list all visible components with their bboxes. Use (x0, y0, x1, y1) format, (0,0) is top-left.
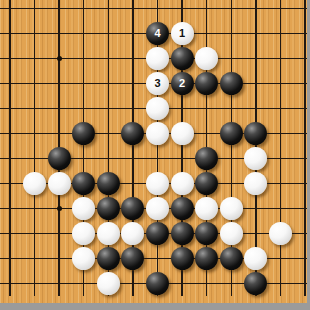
hoshi-point (57, 56, 62, 61)
intersection[interactable] (219, 46, 244, 71)
intersection[interactable] (170, 171, 195, 196)
intersection[interactable] (170, 96, 195, 121)
intersection[interactable] (293, 246, 307, 271)
intersection[interactable] (194, 246, 219, 271)
intersection[interactable] (293, 221, 307, 246)
intersection[interactable] (47, 46, 72, 71)
intersection[interactable] (219, 271, 244, 296)
intersection[interactable] (268, 71, 293, 96)
white-stone[interactable]: 3 (146, 72, 169, 95)
intersection[interactable] (170, 271, 195, 296)
intersection[interactable] (121, 171, 146, 196)
intersection[interactable] (0, 96, 22, 121)
intersection[interactable] (293, 96, 307, 121)
board-frame-right (307, 0, 310, 310)
intersection[interactable] (71, 221, 96, 246)
intersection[interactable] (219, 221, 244, 246)
white-stone[interactable] (244, 247, 267, 270)
white-stone[interactable] (146, 197, 169, 220)
intersection[interactable] (194, 121, 219, 146)
black-stone[interactable] (146, 222, 169, 245)
move-number-label: 4 (155, 28, 161, 39)
intersection[interactable] (47, 146, 72, 171)
intersection[interactable] (145, 196, 170, 221)
intersection[interactable] (47, 21, 72, 46)
intersection[interactable] (219, 71, 244, 96)
intersection[interactable]: 3 (145, 71, 170, 96)
intersection[interactable] (244, 71, 269, 96)
intersection[interactable] (244, 46, 269, 71)
white-stone[interactable] (244, 147, 267, 170)
intersection[interactable] (96, 0, 121, 21)
white-stone[interactable] (48, 172, 71, 195)
white-stone[interactable] (146, 47, 169, 70)
black-stone[interactable] (121, 122, 144, 145)
intersection[interactable] (22, 21, 47, 46)
intersection[interactable] (47, 221, 72, 246)
intersection[interactable] (71, 271, 96, 296)
black-stone[interactable] (97, 197, 120, 220)
intersection[interactable] (145, 146, 170, 171)
intersection[interactable] (293, 171, 307, 196)
intersection[interactable] (145, 121, 170, 146)
black-stone[interactable]: 4 (146, 22, 169, 45)
intersection[interactable] (170, 121, 195, 146)
intersection[interactable] (121, 146, 146, 171)
intersection[interactable] (121, 246, 146, 271)
intersection[interactable] (22, 171, 47, 196)
intersection[interactable] (170, 0, 195, 21)
intersection[interactable] (121, 221, 146, 246)
intersection[interactable] (194, 96, 219, 121)
intersection[interactable] (71, 21, 96, 46)
black-stone[interactable] (171, 222, 194, 245)
board-grid: 4132 (0, 0, 307, 296)
intersection[interactable] (22, 221, 47, 246)
intersection[interactable] (268, 271, 293, 296)
intersection[interactable] (121, 196, 146, 221)
intersection[interactable] (96, 146, 121, 171)
intersection[interactable] (47, 96, 72, 121)
intersection[interactable] (71, 71, 96, 96)
intersection[interactable] (244, 121, 269, 146)
intersection[interactable] (71, 121, 96, 146)
white-stone[interactable] (269, 222, 292, 245)
intersection[interactable] (96, 271, 121, 296)
intersection[interactable] (194, 0, 219, 21)
intersection[interactable] (47, 71, 72, 96)
black-stone[interactable] (72, 172, 95, 195)
intersection[interactable] (145, 96, 170, 121)
intersection[interactable] (47, 196, 72, 221)
intersection[interactable] (22, 46, 47, 71)
intersection[interactable] (244, 271, 269, 296)
intersection[interactable] (293, 146, 307, 171)
intersection[interactable] (145, 0, 170, 21)
intersection[interactable] (22, 146, 47, 171)
intersection[interactable] (244, 146, 269, 171)
intersection[interactable] (71, 96, 96, 121)
intersection[interactable] (121, 0, 146, 21)
move-number-label: 3 (155, 78, 161, 89)
intersection[interactable] (0, 21, 22, 46)
white-stone[interactable] (195, 197, 218, 220)
intersection[interactable] (71, 196, 96, 221)
intersection[interactable] (268, 171, 293, 196)
intersection[interactable] (268, 146, 293, 171)
intersection[interactable] (47, 271, 72, 296)
intersection[interactable] (121, 46, 146, 71)
black-stone[interactable] (244, 122, 267, 145)
intersection[interactable] (71, 46, 96, 71)
intersection[interactable] (219, 21, 244, 46)
intersection[interactable] (244, 196, 269, 221)
black-stone[interactable] (121, 247, 144, 270)
black-stone[interactable] (171, 47, 194, 70)
intersection[interactable] (219, 196, 244, 221)
intersection[interactable] (194, 146, 219, 171)
intersection[interactable] (0, 221, 22, 246)
intersection[interactable] (244, 221, 269, 246)
white-stone[interactable] (146, 97, 169, 120)
intersection[interactable]: 4 (145, 21, 170, 46)
intersection[interactable] (71, 146, 96, 171)
intersection[interactable] (170, 46, 195, 71)
intersection[interactable] (244, 21, 269, 46)
intersection[interactable] (22, 71, 47, 96)
black-stone[interactable] (72, 122, 95, 145)
intersection[interactable] (71, 246, 96, 271)
intersection[interactable] (170, 196, 195, 221)
intersection[interactable] (194, 171, 219, 196)
white-stone[interactable] (171, 172, 194, 195)
board-frame-bottom (0, 303, 310, 310)
black-stone[interactable] (220, 122, 243, 145)
intersection[interactable] (219, 121, 244, 146)
white-stone[interactable] (220, 197, 243, 220)
white-stone[interactable] (97, 272, 120, 295)
intersection[interactable] (219, 246, 244, 271)
intersection[interactable] (293, 0, 307, 21)
intersection[interactable] (22, 0, 47, 21)
intersection[interactable] (96, 71, 121, 96)
black-stone[interactable] (195, 147, 218, 170)
black-stone[interactable]: 2 (171, 72, 194, 95)
intersection[interactable] (121, 96, 146, 121)
intersection[interactable] (22, 271, 47, 296)
intersection[interactable] (293, 71, 307, 96)
black-stone[interactable] (171, 197, 194, 220)
intersection[interactable]: 2 (170, 71, 195, 96)
intersection[interactable] (71, 171, 96, 196)
intersection[interactable] (0, 46, 22, 71)
intersection[interactable] (96, 196, 121, 221)
hoshi-point (57, 206, 62, 211)
intersection[interactable] (47, 246, 72, 271)
white-stone[interactable] (72, 222, 95, 245)
intersection[interactable] (293, 196, 307, 221)
intersection[interactable] (121, 121, 146, 146)
intersection[interactable] (47, 171, 72, 196)
intersection[interactable] (145, 246, 170, 271)
intersection[interactable] (268, 96, 293, 121)
black-stone[interactable] (97, 247, 120, 270)
black-stone[interactable] (171, 247, 194, 270)
black-stone[interactable] (195, 222, 218, 245)
intersection[interactable] (22, 246, 47, 271)
intersection[interactable] (96, 221, 121, 246)
intersection[interactable] (268, 221, 293, 246)
intersection[interactable] (244, 171, 269, 196)
intersection[interactable] (96, 21, 121, 46)
white-stone[interactable] (146, 172, 169, 195)
move-number-label: 2 (179, 78, 185, 89)
intersection[interactable] (96, 46, 121, 71)
white-stone[interactable] (97, 222, 120, 245)
intersection[interactable] (194, 221, 219, 246)
intersection[interactable] (244, 0, 269, 21)
intersection[interactable] (219, 0, 244, 21)
intersection[interactable] (219, 171, 244, 196)
white-stone[interactable] (146, 122, 169, 145)
black-stone[interactable] (220, 247, 243, 270)
white-stone[interactable] (72, 247, 95, 270)
intersection[interactable] (170, 246, 195, 271)
go-board-window: 4132 (0, 0, 310, 310)
black-stone[interactable] (121, 197, 144, 220)
intersection[interactable] (0, 146, 22, 171)
intersection[interactable] (0, 71, 22, 96)
black-stone[interactable] (195, 247, 218, 270)
intersection[interactable] (47, 0, 72, 21)
black-stone[interactable] (195, 72, 218, 95)
intersection[interactable] (145, 271, 170, 296)
intersection[interactable] (268, 46, 293, 71)
intersection[interactable] (219, 146, 244, 171)
intersection[interactable] (170, 146, 195, 171)
intersection[interactable] (244, 96, 269, 121)
white-stone[interactable] (244, 172, 267, 195)
black-stone[interactable] (97, 172, 120, 195)
white-stone[interactable] (72, 197, 95, 220)
white-stone[interactable] (220, 222, 243, 245)
intersection[interactable] (121, 21, 146, 46)
intersection[interactable] (145, 46, 170, 71)
move-number-label: 1 (179, 28, 185, 39)
intersection[interactable] (121, 271, 146, 296)
intersection[interactable] (22, 196, 47, 221)
black-stone[interactable] (146, 272, 169, 295)
intersection[interactable] (96, 121, 121, 146)
intersection[interactable] (219, 96, 244, 121)
white-stone[interactable] (195, 47, 218, 70)
intersection[interactable] (268, 121, 293, 146)
intersection[interactable] (22, 121, 47, 146)
intersection[interactable]: 1 (170, 21, 195, 46)
black-stone[interactable] (220, 72, 243, 95)
intersection[interactable] (145, 221, 170, 246)
intersection[interactable] (0, 0, 22, 21)
intersection[interactable] (47, 121, 72, 146)
intersection[interactable] (22, 96, 47, 121)
intersection[interactable] (96, 96, 121, 121)
white-stone[interactable] (171, 122, 194, 145)
intersection[interactable] (293, 46, 307, 71)
intersection[interactable] (96, 246, 121, 271)
intersection[interactable] (0, 271, 22, 296)
intersection[interactable] (268, 246, 293, 271)
intersection[interactable] (0, 196, 22, 221)
intersection[interactable] (293, 271, 307, 296)
intersection[interactable] (194, 21, 219, 46)
intersection[interactable] (268, 196, 293, 221)
intersection[interactable] (170, 221, 195, 246)
black-stone[interactable] (195, 172, 218, 195)
intersection[interactable] (194, 46, 219, 71)
intersection[interactable] (96, 171, 121, 196)
intersection[interactable] (145, 171, 170, 196)
intersection[interactable] (71, 0, 96, 21)
intersection[interactable] (0, 246, 22, 271)
white-stone[interactable] (23, 172, 46, 195)
black-stone[interactable] (244, 272, 267, 295)
intersection[interactable] (194, 196, 219, 221)
black-stone[interactable] (48, 147, 71, 170)
intersection[interactable] (293, 121, 307, 146)
white-stone[interactable]: 1 (171, 22, 194, 45)
intersection[interactable] (244, 246, 269, 271)
intersection[interactable] (0, 171, 22, 196)
goban: 4132 (0, 0, 307, 303)
intersection[interactable] (268, 21, 293, 46)
intersection[interactable] (293, 21, 307, 46)
intersection[interactable] (194, 271, 219, 296)
white-stone[interactable] (121, 222, 144, 245)
intersection[interactable] (0, 121, 22, 146)
intersection[interactable] (268, 0, 293, 21)
intersection[interactable] (121, 71, 146, 96)
intersection[interactable] (194, 71, 219, 96)
